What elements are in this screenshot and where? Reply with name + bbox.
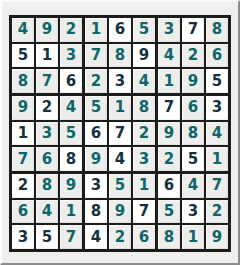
cell-r1c3[interactable]: 2 bbox=[60, 18, 82, 42]
cell-r2c4[interactable]: 7 bbox=[85, 44, 107, 68]
cell-r8c1[interactable]: 6 bbox=[12, 200, 34, 224]
cell-r7c9[interactable]: 7 bbox=[206, 174, 228, 198]
cell-r9c6[interactable]: 6 bbox=[133, 225, 155, 249]
cell-r7c3[interactable]: 9 bbox=[60, 174, 82, 198]
cell-r8c6[interactable]: 7 bbox=[133, 200, 155, 224]
cell-r5c8[interactable]: 8 bbox=[182, 122, 204, 146]
cell-r6c4[interactable]: 9 bbox=[85, 147, 107, 171]
cell-r3c4[interactable]: 2 bbox=[85, 69, 107, 93]
cell-r9c5[interactable]: 2 bbox=[109, 225, 131, 249]
cell-r5c6[interactable]: 2 bbox=[133, 122, 155, 146]
cell-r9c9[interactable]: 9 bbox=[206, 225, 228, 249]
cell-r5c4[interactable]: 6 bbox=[85, 122, 107, 146]
cell-r6c6[interactable]: 3 bbox=[133, 147, 155, 171]
cell-r9c3[interactable]: 7 bbox=[60, 225, 82, 249]
cell-r6c5[interactable]: 4 bbox=[109, 147, 131, 171]
sudoku-box-3: 378426195 bbox=[158, 18, 228, 93]
cell-r4c7[interactable]: 7 bbox=[158, 96, 180, 120]
cell-r5c2[interactable]: 3 bbox=[36, 122, 58, 146]
cell-r6c2[interactable]: 6 bbox=[36, 147, 58, 171]
cell-r9c2[interactable]: 5 bbox=[36, 225, 58, 249]
cell-r8c9[interactable]: 2 bbox=[206, 200, 228, 224]
cell-r4c5[interactable]: 1 bbox=[109, 96, 131, 120]
cell-r8c7[interactable]: 5 bbox=[158, 200, 180, 224]
cell-r2c9[interactable]: 6 bbox=[206, 44, 228, 68]
sudoku-window: 4925138761657892343784261959241357685186… bbox=[0, 0, 240, 265]
cell-r5c9[interactable]: 4 bbox=[206, 122, 228, 146]
cell-r8c3[interactable]: 1 bbox=[60, 200, 82, 224]
cell-r1c8[interactable]: 7 bbox=[182, 18, 204, 42]
cell-r2c3[interactable]: 3 bbox=[60, 44, 82, 68]
cell-r2c8[interactable]: 2 bbox=[182, 44, 204, 68]
cell-r1c5[interactable]: 6 bbox=[109, 18, 131, 42]
cell-r3c2[interactable]: 7 bbox=[36, 69, 58, 93]
cell-r9c8[interactable]: 1 bbox=[182, 225, 204, 249]
cell-r1c2[interactable]: 9 bbox=[36, 18, 58, 42]
cell-r1c1[interactable]: 4 bbox=[12, 18, 34, 42]
sudoku-box-4: 924135768 bbox=[12, 96, 82, 171]
cell-r4c1[interactable]: 9 bbox=[12, 96, 34, 120]
cell-r1c7[interactable]: 3 bbox=[158, 18, 180, 42]
cell-r4c6[interactable]: 8 bbox=[133, 96, 155, 120]
cell-r6c3[interactable]: 8 bbox=[60, 147, 82, 171]
cell-r1c6[interactable]: 5 bbox=[133, 18, 155, 42]
sudoku-box-2: 165789234 bbox=[85, 18, 155, 93]
sudoku-box-7: 289641357 bbox=[12, 174, 82, 249]
cell-r7c7[interactable]: 6 bbox=[158, 174, 180, 198]
cell-r2c2[interactable]: 1 bbox=[36, 44, 58, 68]
cell-r2c5[interactable]: 8 bbox=[109, 44, 131, 68]
cell-r9c7[interactable]: 8 bbox=[158, 225, 180, 249]
cell-r3c5[interactable]: 3 bbox=[109, 69, 131, 93]
cell-r5c1[interactable]: 1 bbox=[12, 122, 34, 146]
cell-r3c1[interactable]: 8 bbox=[12, 69, 34, 93]
cell-r7c8[interactable]: 4 bbox=[182, 174, 204, 198]
cell-r6c8[interactable]: 5 bbox=[182, 147, 204, 171]
cell-r3c6[interactable]: 4 bbox=[133, 69, 155, 93]
cell-r6c1[interactable]: 7 bbox=[12, 147, 34, 171]
cell-r8c5[interactable]: 9 bbox=[109, 200, 131, 224]
sudoku-box-8: 351897426 bbox=[85, 174, 155, 249]
cell-r1c4[interactable]: 1 bbox=[85, 18, 107, 42]
cell-r9c1[interactable]: 3 bbox=[12, 225, 34, 249]
sudoku-board: 4925138761657892343784261959241357685186… bbox=[9, 15, 231, 252]
cell-r3c3[interactable]: 6 bbox=[60, 69, 82, 93]
cell-r4c9[interactable]: 3 bbox=[206, 96, 228, 120]
sudoku-box-1: 492513876 bbox=[12, 18, 82, 93]
cell-r2c7[interactable]: 4 bbox=[158, 44, 180, 68]
cell-r6c7[interactable]: 2 bbox=[158, 147, 180, 171]
cell-r5c3[interactable]: 5 bbox=[60, 122, 82, 146]
cell-r9c4[interactable]: 4 bbox=[85, 225, 107, 249]
cell-r8c4[interactable]: 8 bbox=[85, 200, 107, 224]
cell-r4c8[interactable]: 6 bbox=[182, 96, 204, 120]
cell-r8c2[interactable]: 4 bbox=[36, 200, 58, 224]
cell-r5c7[interactable]: 9 bbox=[158, 122, 180, 146]
sudoku-box-5: 518672943 bbox=[85, 96, 155, 171]
cell-r3c7[interactable]: 1 bbox=[158, 69, 180, 93]
cell-r4c4[interactable]: 5 bbox=[85, 96, 107, 120]
sudoku-box-9: 647532819 bbox=[158, 174, 228, 249]
cell-r2c1[interactable]: 5 bbox=[12, 44, 34, 68]
cell-r6c9[interactable]: 1 bbox=[206, 147, 228, 171]
cell-r3c8[interactable]: 9 bbox=[182, 69, 204, 93]
cell-r2c6[interactable]: 9 bbox=[133, 44, 155, 68]
cell-r7c4[interactable]: 3 bbox=[85, 174, 107, 198]
cell-r7c1[interactable]: 2 bbox=[12, 174, 34, 198]
cell-r5c5[interactable]: 7 bbox=[109, 122, 131, 146]
cell-r7c6[interactable]: 1 bbox=[133, 174, 155, 198]
cell-r7c5[interactable]: 5 bbox=[109, 174, 131, 198]
cell-r4c3[interactable]: 4 bbox=[60, 96, 82, 120]
cell-r4c2[interactable]: 2 bbox=[36, 96, 58, 120]
cell-r7c2[interactable]: 8 bbox=[36, 174, 58, 198]
cell-r8c8[interactable]: 3 bbox=[182, 200, 204, 224]
cell-r1c9[interactable]: 8 bbox=[206, 18, 228, 42]
cell-r3c9[interactable]: 5 bbox=[206, 69, 228, 93]
sudoku-box-6: 763984251 bbox=[158, 96, 228, 171]
